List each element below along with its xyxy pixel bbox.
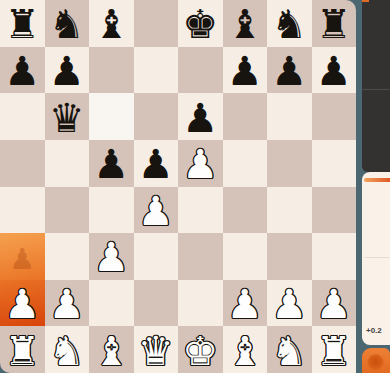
square-a4[interactable] bbox=[0, 187, 45, 234]
piece-black-pawn[interactable]: ♟ bbox=[138, 144, 174, 184]
premove-ghost-pawn-icon: ♟ bbox=[0, 236, 45, 283]
piece-black-pawn[interactable]: ♟ bbox=[4, 51, 40, 91]
square-f1[interactable]: ♝ bbox=[223, 326, 268, 373]
square-a6[interactable] bbox=[0, 93, 45, 140]
chess-board[interactable]: ♜♞♝♚♝♞♜♟♟♟♟♟♛♟♟♟♟♟♟♟♟♟♟♟♟♜♞♝♛♚♝♞♜ bbox=[0, 0, 356, 373]
square-c2[interactable] bbox=[89, 280, 134, 327]
square-h8[interactable]: ♜ bbox=[312, 0, 357, 47]
piece-black-queen[interactable]: ♛ bbox=[49, 98, 85, 138]
square-d4[interactable]: ♟ bbox=[134, 187, 179, 234]
square-f4[interactable] bbox=[223, 187, 268, 234]
piece-black-pawn[interactable]: ♟ bbox=[93, 144, 129, 184]
piece-white-rook[interactable]: ♜ bbox=[316, 331, 352, 371]
piece-black-pawn[interactable]: ♟ bbox=[227, 51, 263, 91]
square-g8[interactable]: ♞ bbox=[267, 0, 312, 47]
square-d1[interactable]: ♛ bbox=[134, 326, 179, 373]
square-f7[interactable]: ♟ bbox=[223, 47, 268, 94]
piece-black-king[interactable]: ♚ bbox=[182, 4, 218, 44]
square-f8[interactable]: ♝ bbox=[223, 0, 268, 47]
square-g4[interactable] bbox=[267, 187, 312, 234]
square-g1[interactable]: ♞ bbox=[267, 326, 312, 373]
square-b5[interactable] bbox=[45, 140, 90, 187]
square-d7[interactable] bbox=[134, 47, 179, 94]
square-a1[interactable]: ♜ bbox=[0, 326, 45, 373]
square-a2[interactable]: ♟ bbox=[0, 280, 45, 327]
square-e4[interactable] bbox=[178, 187, 223, 234]
piece-black-bishop[interactable]: ♝ bbox=[93, 4, 129, 44]
square-h6[interactable] bbox=[312, 93, 357, 140]
piece-black-pawn[interactable]: ♟ bbox=[271, 51, 307, 91]
square-a7[interactable]: ♟ bbox=[0, 47, 45, 94]
piece-white-rook[interactable]: ♜ bbox=[4, 331, 40, 371]
right-panel: +0.2 bbox=[362, 0, 390, 373]
square-h1[interactable]: ♜ bbox=[312, 326, 357, 373]
piece-black-rook[interactable]: ♜ bbox=[316, 4, 352, 44]
square-h2[interactable]: ♟ bbox=[312, 280, 357, 327]
square-e2[interactable] bbox=[178, 280, 223, 327]
square-b8[interactable]: ♞ bbox=[45, 0, 90, 47]
piece-white-knight[interactable]: ♞ bbox=[271, 331, 307, 371]
square-d8[interactable] bbox=[134, 0, 179, 47]
piece-white-pawn[interactable]: ♟ bbox=[316, 284, 352, 324]
square-d2[interactable] bbox=[134, 280, 179, 327]
eval-progress-stripe bbox=[364, 178, 390, 182]
square-b6[interactable]: ♛ bbox=[45, 93, 90, 140]
piece-white-king[interactable]: ♚ bbox=[182, 331, 218, 371]
square-g2[interactable]: ♟ bbox=[267, 280, 312, 327]
eval-score: +0.2 bbox=[366, 326, 382, 335]
piece-white-pawn[interactable]: ♟ bbox=[138, 191, 174, 231]
square-c3[interactable]: ♟ bbox=[89, 233, 134, 280]
square-b4[interactable] bbox=[45, 187, 90, 234]
piece-white-pawn[interactable]: ♟ bbox=[49, 284, 85, 324]
square-b7[interactable]: ♟ bbox=[45, 47, 90, 94]
piece-white-bishop[interactable]: ♝ bbox=[227, 331, 263, 371]
square-e5[interactable]: ♟ bbox=[178, 140, 223, 187]
square-h4[interactable] bbox=[312, 187, 357, 234]
piece-black-knight[interactable]: ♞ bbox=[271, 4, 307, 44]
square-h5[interactable] bbox=[312, 140, 357, 187]
square-f2[interactable]: ♟ bbox=[223, 280, 268, 327]
square-e3[interactable] bbox=[178, 233, 223, 280]
piece-black-knight[interactable]: ♞ bbox=[49, 4, 85, 44]
move-list-card bbox=[362, 0, 390, 172]
square-c7[interactable] bbox=[89, 47, 134, 94]
square-a5[interactable] bbox=[0, 140, 45, 187]
piece-white-pawn[interactable]: ♟ bbox=[182, 144, 218, 184]
evaluation-card[interactable]: +0.2 bbox=[362, 172, 390, 345]
square-d6[interactable] bbox=[134, 93, 179, 140]
square-e8[interactable]: ♚ bbox=[178, 0, 223, 47]
action-button-icon bbox=[367, 354, 384, 370]
accent-mark bbox=[362, 0, 369, 2]
square-h3[interactable] bbox=[312, 233, 357, 280]
dark-card-divider bbox=[362, 89, 390, 90]
piece-white-bishop[interactable]: ♝ bbox=[93, 331, 129, 371]
eval-card-divider bbox=[364, 257, 390, 258]
square-a3[interactable]: ♟ bbox=[0, 233, 45, 280]
square-g7[interactable]: ♟ bbox=[267, 47, 312, 94]
square-b2[interactable]: ♟ bbox=[45, 280, 90, 327]
square-a8[interactable]: ♜ bbox=[0, 0, 45, 47]
square-e7[interactable] bbox=[178, 47, 223, 94]
piece-white-pawn[interactable]: ♟ bbox=[227, 284, 263, 324]
square-g6[interactable] bbox=[267, 93, 312, 140]
piece-black-rook[interactable]: ♜ bbox=[4, 4, 40, 44]
square-e6[interactable]: ♟ bbox=[178, 93, 223, 140]
piece-white-pawn[interactable]: ♟ bbox=[93, 237, 129, 277]
piece-black-pawn[interactable]: ♟ bbox=[316, 51, 352, 91]
square-d5[interactable]: ♟ bbox=[134, 140, 179, 187]
square-c1[interactable]: ♝ bbox=[89, 326, 134, 373]
piece-white-knight[interactable]: ♞ bbox=[49, 331, 85, 371]
square-c5[interactable]: ♟ bbox=[89, 140, 134, 187]
piece-black-pawn[interactable]: ♟ bbox=[49, 51, 85, 91]
piece-white-pawn[interactable]: ♟ bbox=[271, 284, 307, 324]
square-f3[interactable] bbox=[223, 233, 268, 280]
piece-black-pawn[interactable]: ♟ bbox=[182, 98, 218, 138]
orange-action-button[interactable] bbox=[362, 348, 390, 373]
piece-white-pawn[interactable]: ♟ bbox=[4, 284, 40, 324]
piece-black-bishop[interactable]: ♝ bbox=[227, 4, 263, 44]
square-c4[interactable] bbox=[89, 187, 134, 234]
square-b3[interactable] bbox=[45, 233, 90, 280]
piece-white-queen[interactable]: ♛ bbox=[138, 331, 174, 371]
square-f5[interactable] bbox=[223, 140, 268, 187]
square-b1[interactable]: ♞ bbox=[45, 326, 90, 373]
square-c8[interactable]: ♝ bbox=[89, 0, 134, 47]
square-f6[interactable] bbox=[223, 93, 268, 140]
screen: ♜♞♝♚♝♞♜♟♟♟♟♟♛♟♟♟♟♟♟♟♟♟♟♟♟♜♞♝♛♚♝♞♜ +0.2 bbox=[0, 0, 390, 373]
square-g3[interactable] bbox=[267, 233, 312, 280]
square-e1[interactable]: ♚ bbox=[178, 326, 223, 373]
square-d3[interactable] bbox=[134, 233, 179, 280]
square-c6[interactable] bbox=[89, 93, 134, 140]
square-h7[interactable]: ♟ bbox=[312, 47, 357, 94]
square-g5[interactable] bbox=[267, 140, 312, 187]
